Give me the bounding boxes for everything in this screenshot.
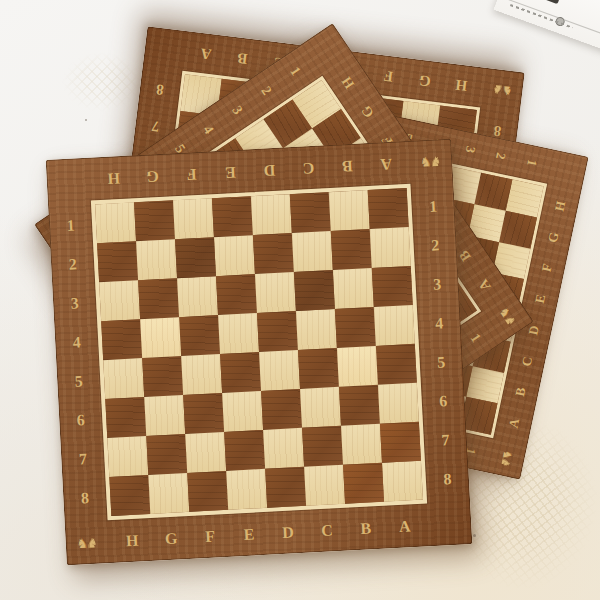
file-label-top: D bbox=[263, 162, 275, 179]
file-label-top: B bbox=[457, 248, 474, 264]
rank-label-left: 3 bbox=[70, 295, 79, 311]
square-a1 bbox=[368, 188, 409, 229]
square-b1 bbox=[329, 190, 370, 231]
square-c5 bbox=[298, 348, 339, 389]
square-e8 bbox=[226, 469, 267, 510]
square-d6 bbox=[261, 389, 302, 430]
square-f5 bbox=[181, 354, 222, 395]
square-a5 bbox=[376, 344, 417, 385]
knight-icon: ♞ bbox=[499, 457, 512, 469]
knight-icon: ♞ bbox=[429, 154, 441, 168]
rank-label-right: 5 bbox=[437, 354, 446, 370]
square-f4 bbox=[179, 315, 220, 356]
square-g3 bbox=[138, 278, 179, 319]
square-d2 bbox=[253, 233, 294, 274]
twin-knights-emblem-icon: ♞♞ bbox=[497, 305, 518, 328]
square-f7 bbox=[185, 432, 226, 473]
square-d4 bbox=[257, 311, 298, 352]
square-c8 bbox=[304, 465, 345, 506]
file-label-top: A bbox=[380, 156, 392, 173]
surface-speck bbox=[473, 534, 476, 537]
box-print-mark bbox=[541, 0, 561, 4]
rank-label-right: 2 bbox=[431, 237, 440, 253]
square-b2 bbox=[331, 229, 372, 270]
file-label-top: C bbox=[519, 355, 534, 367]
square-f2 bbox=[175, 237, 216, 278]
square-e6 bbox=[222, 391, 263, 432]
file-label-top: A bbox=[476, 276, 493, 292]
chess-board-front: HH11GG22FF33EE44DD55CC66BB77AA88♞♞♞♞ bbox=[46, 139, 473, 566]
file-label-top: G bbox=[359, 103, 377, 120]
file-label-top: B bbox=[513, 387, 528, 398]
file-label-bottom: A bbox=[399, 518, 411, 535]
file-label-top: E bbox=[224, 164, 235, 181]
rank-label-left: 7 bbox=[78, 451, 87, 467]
rank-label-left: 8 bbox=[80, 490, 89, 506]
file-label-top: D bbox=[526, 324, 541, 336]
rank-label-left: 4 bbox=[72, 334, 81, 350]
square-g7 bbox=[146, 434, 187, 475]
rank-label-right: 6 bbox=[439, 393, 448, 409]
twin-knights-emblem-icon: ♞♞ bbox=[76, 536, 98, 550]
square-d7 bbox=[263, 428, 304, 469]
square-e3 bbox=[216, 274, 257, 315]
file-label-top: E bbox=[533, 293, 548, 304]
file-label-bottom: G bbox=[418, 72, 431, 88]
twin-knights-emblem-icon: ♞♞ bbox=[420, 154, 442, 168]
square-g2 bbox=[136, 239, 177, 280]
twin-knights-emblem-icon: ♞♞ bbox=[492, 83, 513, 97]
square-h5 bbox=[103, 358, 144, 399]
rank-label-right: 3 bbox=[433, 276, 442, 292]
white-box-corner bbox=[494, 0, 600, 55]
rank-label-left: 2 bbox=[494, 152, 508, 161]
file-label-top: A bbox=[506, 417, 521, 429]
twin-knights-emblem-icon: ♞♞ bbox=[499, 449, 513, 469]
rank-label-left: 3 bbox=[463, 145, 477, 154]
file-label-bottom: C bbox=[321, 522, 333, 539]
square-c1 bbox=[290, 192, 331, 233]
box-micro-text bbox=[510, 4, 573, 28]
square-f1 bbox=[173, 198, 214, 239]
square-g4 bbox=[140, 317, 181, 358]
rank-label-left: 5 bbox=[74, 373, 83, 389]
square-d5 bbox=[259, 350, 300, 391]
square-b4 bbox=[335, 307, 376, 348]
knight-icon: ♞ bbox=[86, 536, 98, 550]
square-c6 bbox=[300, 387, 341, 428]
rank-label-right: 1 bbox=[467, 332, 483, 346]
embossed-zigzag-texture bbox=[62, 52, 142, 112]
square-d8 bbox=[265, 467, 306, 508]
square-d3 bbox=[255, 272, 296, 313]
square-h6 bbox=[105, 397, 146, 438]
file-label-top: F bbox=[539, 263, 553, 273]
file-label-top: G bbox=[546, 231, 561, 244]
square-g6 bbox=[144, 395, 185, 436]
square-c2 bbox=[292, 231, 333, 272]
square-b6 bbox=[339, 385, 380, 426]
square-a8 bbox=[382, 461, 423, 502]
square-h8 bbox=[109, 475, 150, 516]
rank-label-left: 2 bbox=[258, 84, 274, 98]
file-label-bottom: A bbox=[200, 45, 213, 61]
rank-label-left: 3 bbox=[229, 104, 245, 118]
square-a7 bbox=[380, 422, 421, 463]
file-label-top: C bbox=[302, 160, 314, 177]
rank-label-left: 1 bbox=[66, 217, 75, 233]
rank-label-right: 8 bbox=[155, 82, 164, 98]
file-label-bottom: F bbox=[383, 68, 394, 84]
file-label-bottom: D bbox=[282, 524, 294, 541]
square-c3 bbox=[294, 270, 335, 311]
square-h7 bbox=[107, 436, 148, 477]
rank-label-right: 7 bbox=[441, 432, 450, 448]
square-b7 bbox=[341, 424, 382, 465]
rank-label-left: 1 bbox=[287, 65, 303, 79]
square-a2 bbox=[370, 227, 411, 268]
square-h4 bbox=[101, 319, 142, 360]
square-c7 bbox=[302, 426, 343, 467]
file-label-bottom: H bbox=[126, 532, 139, 549]
square-a3 bbox=[372, 266, 413, 307]
file-label-top: H bbox=[340, 74, 358, 91]
square-f8 bbox=[187, 471, 228, 512]
scene-photo: HH11GG22FF33EE44DD55CC66BB77AA88♞♞♞♞ HH1… bbox=[0, 0, 600, 600]
rank-label-right: 1 bbox=[429, 198, 438, 214]
square-h2 bbox=[97, 241, 138, 282]
rank-label-left: 1 bbox=[525, 158, 539, 167]
board-field bbox=[91, 184, 427, 520]
square-h1 bbox=[95, 202, 136, 243]
square-f3 bbox=[177, 276, 218, 317]
rank-label-left: 2 bbox=[68, 256, 77, 272]
square-g5 bbox=[142, 356, 183, 397]
rank-label-right: 8 bbox=[443, 471, 452, 487]
knight-icon: ♞ bbox=[492, 83, 504, 96]
square-b3 bbox=[333, 268, 374, 309]
square-f6 bbox=[183, 393, 224, 434]
file-label-top: B bbox=[341, 158, 352, 175]
rank-label-right: 7 bbox=[151, 118, 160, 134]
file-label-bottom: G bbox=[164, 530, 177, 547]
surface-speck bbox=[85, 119, 87, 121]
file-label-bottom: B bbox=[237, 50, 249, 66]
square-e5 bbox=[220, 352, 261, 393]
square-b8 bbox=[343, 463, 384, 504]
file-label-top: G bbox=[146, 168, 159, 185]
square-d1 bbox=[251, 194, 292, 235]
file-label-top: H bbox=[107, 170, 120, 187]
file-label-bottom: E bbox=[243, 526, 254, 543]
square-g8 bbox=[148, 473, 189, 514]
file-label-top: H bbox=[552, 200, 567, 213]
square-c4 bbox=[296, 309, 337, 350]
square-h3 bbox=[99, 280, 140, 321]
rank-label-left: 4 bbox=[201, 123, 217, 137]
square-a4 bbox=[374, 305, 415, 346]
rank-label-right: 4 bbox=[435, 315, 444, 331]
rank-label-left: 6 bbox=[76, 412, 85, 428]
square-g1 bbox=[134, 200, 175, 241]
file-label-bottom: H bbox=[455, 77, 468, 93]
file-label-bottom: B bbox=[360, 520, 371, 537]
square-e1 bbox=[212, 196, 253, 237]
square-e4 bbox=[218, 313, 259, 354]
file-label-bottom: F bbox=[205, 528, 216, 544]
square-b5 bbox=[337, 346, 378, 387]
square-a6 bbox=[378, 383, 419, 424]
file-label-top: F bbox=[186, 166, 197, 182]
square-e7 bbox=[224, 430, 265, 471]
square-e2 bbox=[214, 235, 255, 276]
